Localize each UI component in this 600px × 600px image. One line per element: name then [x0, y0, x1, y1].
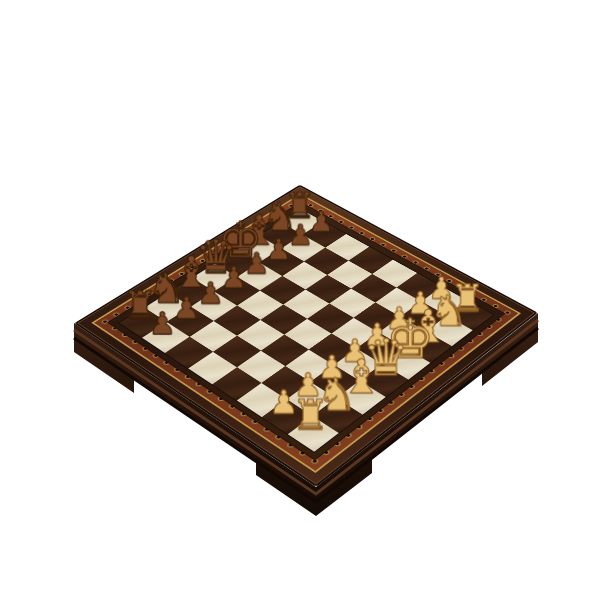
piece-white-rook[interactable]: ♜ — [292, 394, 328, 436]
piece-black-pawn[interactable]: ♟ — [146, 309, 180, 340]
square-a6[interactable] — [165, 337, 213, 369]
product-photo-scene: ♜♟♟♜♞♟♟♞♝♟♟♝♚♟♟♚♛♟♟♛♝♟♟♝♞♟♟♞♜♟♟♜ — [0, 0, 600, 600]
